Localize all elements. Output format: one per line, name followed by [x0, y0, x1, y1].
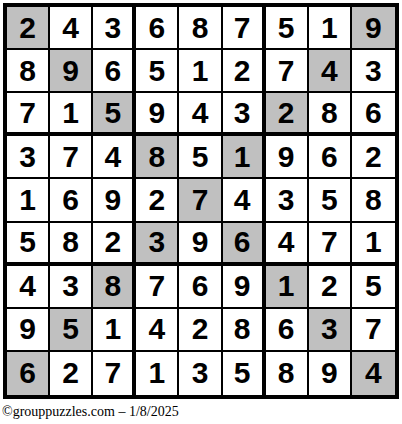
cell-r5c4: 2: [136, 179, 179, 222]
cell-r2c4: 5: [136, 50, 179, 93]
cell-r1c7: 5: [266, 7, 309, 50]
cell-r8c6: 8: [223, 309, 266, 352]
cell-r4c6: 1: [223, 136, 266, 179]
cell-r6c8: 7: [309, 223, 352, 266]
cell-r9c5: 3: [179, 352, 222, 395]
cell-r5c1: 1: [7, 179, 50, 222]
cell-r3c4: 9: [136, 93, 179, 136]
cell-r2c9: 3: [352, 50, 395, 93]
cell-r1c2: 4: [50, 7, 93, 50]
sudoku-board: 2436875198965127437159432863748519621692…: [3, 3, 399, 399]
cell-r9c7: 8: [266, 352, 309, 395]
cell-r5c6: 4: [223, 179, 266, 222]
cell-r1c9: 9: [352, 7, 395, 50]
cell-r2c8: 4: [309, 50, 352, 93]
cell-r3c7: 2: [266, 93, 309, 136]
cell-r6c3: 2: [93, 223, 136, 266]
cell-r9c4: 1: [136, 352, 179, 395]
cell-r3c8: 8: [309, 93, 352, 136]
cell-r2c1: 8: [7, 50, 50, 93]
cell-r6c4: 3: [136, 223, 179, 266]
cell-r8c3: 1: [93, 309, 136, 352]
cell-r7c9: 5: [352, 266, 395, 309]
cell-r3c1: 7: [7, 93, 50, 136]
cell-r3c5: 4: [179, 93, 222, 136]
cell-r7c8: 2: [309, 266, 352, 309]
cell-r8c2: 5: [50, 309, 93, 352]
cell-r1c6: 7: [223, 7, 266, 50]
cell-r9c3: 7: [93, 352, 136, 395]
cell-r1c1: 2: [7, 7, 50, 50]
cell-r7c2: 3: [50, 266, 93, 309]
cell-r8c5: 2: [179, 309, 222, 352]
cell-r9c6: 5: [223, 352, 266, 395]
cell-r9c2: 2: [50, 352, 93, 395]
cell-r9c9: 4: [352, 352, 395, 395]
cell-r6c9: 1: [352, 223, 395, 266]
cell-r2c5: 1: [179, 50, 222, 93]
cell-r7c5: 6: [179, 266, 222, 309]
cell-r5c3: 9: [93, 179, 136, 222]
cell-r8c1: 9: [7, 309, 50, 352]
cell-r5c2: 6: [50, 179, 93, 222]
cell-r7c3: 8: [93, 266, 136, 309]
cell-r4c5: 5: [179, 136, 222, 179]
cell-r1c8: 1: [309, 7, 352, 50]
cell-r6c1: 5: [7, 223, 50, 266]
cell-r2c6: 2: [223, 50, 266, 93]
cell-r4c8: 6: [309, 136, 352, 179]
cell-r6c7: 4: [266, 223, 309, 266]
cell-r6c5: 9: [179, 223, 222, 266]
cell-r6c2: 8: [50, 223, 93, 266]
cell-r7c6: 9: [223, 266, 266, 309]
cell-r9c1: 6: [7, 352, 50, 395]
cell-r3c6: 3: [223, 93, 266, 136]
cell-r3c2: 1: [50, 93, 93, 136]
cell-r8c4: 4: [136, 309, 179, 352]
cell-r9c8: 9: [309, 352, 352, 395]
cell-r4c9: 2: [352, 136, 395, 179]
cell-r4c1: 3: [7, 136, 50, 179]
cell-r7c1: 4: [7, 266, 50, 309]
cell-r2c7: 7: [266, 50, 309, 93]
cell-r3c9: 6: [352, 93, 395, 136]
cell-r6c6: 6: [223, 223, 266, 266]
cell-r5c8: 5: [309, 179, 352, 222]
cell-r3c3: 5: [93, 93, 136, 136]
cell-r5c7: 3: [266, 179, 309, 222]
cell-r2c3: 6: [93, 50, 136, 93]
cell-r1c4: 6: [136, 7, 179, 50]
cell-r1c5: 8: [179, 7, 222, 50]
copyright-footer: ©grouppuzzles.com – 1/8/2025: [2, 404, 179, 420]
cell-r4c3: 4: [93, 136, 136, 179]
cell-r5c5: 7: [179, 179, 222, 222]
cell-r2c2: 9: [50, 50, 93, 93]
cell-r5c9: 8: [352, 179, 395, 222]
cell-r8c9: 7: [352, 309, 395, 352]
cell-r4c7: 9: [266, 136, 309, 179]
cell-r7c7: 1: [266, 266, 309, 309]
cell-r4c2: 7: [50, 136, 93, 179]
cell-r8c8: 3: [309, 309, 352, 352]
cell-r4c4: 8: [136, 136, 179, 179]
cell-r1c3: 3: [93, 7, 136, 50]
cell-r7c4: 7: [136, 266, 179, 309]
cell-r8c7: 6: [266, 309, 309, 352]
